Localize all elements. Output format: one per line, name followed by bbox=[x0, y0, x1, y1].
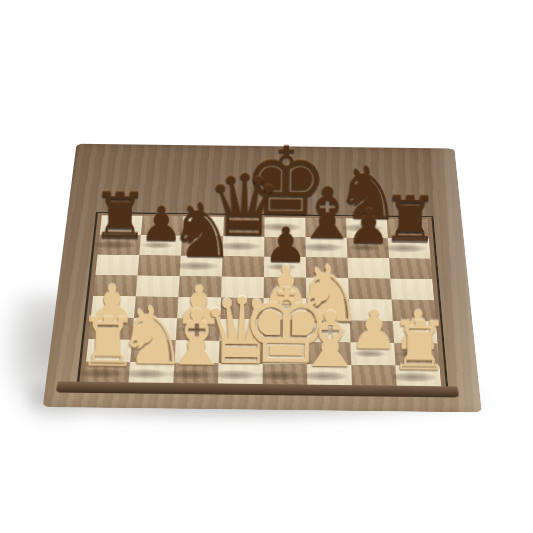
product-photo-stage: ♚♞♜♟♛♝♟♜♞♟♟♟♟♞♟♟♜♞♝♛♚♝♜ bbox=[0, 0, 533, 533]
white-bishop-glyph: ♝ bbox=[295, 301, 365, 378]
white-rook-glyph: ♜ bbox=[388, 312, 449, 380]
chessboard: ♚♞♜♟♛♝♟♜♞♟♟♟♟♞♟♟♜♞♝♛♚♝♜ bbox=[43, 144, 482, 413]
board-tilt-wrapper: ♚♞♜♟♛♝♟♜♞♟♟♟♟♞♟♟♜♞♝♛♚♝♜ bbox=[0, 0, 533, 533]
black-knight-glyph: ♞ bbox=[167, 192, 235, 268]
black-rook-glyph: ♜ bbox=[381, 187, 438, 250]
